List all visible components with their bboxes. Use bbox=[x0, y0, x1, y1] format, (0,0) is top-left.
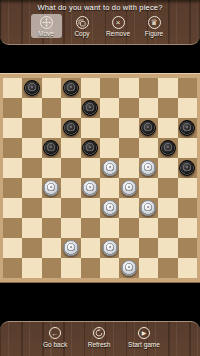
square-r5c0[interactable] bbox=[3, 178, 22, 198]
action-label: Copy bbox=[74, 30, 89, 37]
square-r4c6[interactable] bbox=[119, 158, 138, 178]
action-label: Remove bbox=[106, 30, 130, 37]
square-r0c6[interactable] bbox=[119, 78, 138, 98]
square-r9c4[interactable] bbox=[81, 258, 100, 278]
square-r4c4[interactable] bbox=[81, 158, 100, 178]
square-r2c7[interactable] bbox=[139, 118, 158, 138]
square-r1c4[interactable] bbox=[81, 98, 100, 118]
square-r8c9[interactable] bbox=[178, 238, 197, 258]
black-piece[interactable] bbox=[82, 100, 98, 116]
square-r2c6[interactable] bbox=[119, 118, 138, 138]
square-r9c6[interactable] bbox=[119, 258, 138, 278]
square-r7c9[interactable] bbox=[178, 218, 197, 238]
square-r6c7[interactable] bbox=[139, 198, 158, 218]
button-label: Go back bbox=[43, 341, 67, 348]
square-r8c7[interactable] bbox=[139, 238, 158, 258]
back-icon: ← bbox=[49, 327, 61, 339]
square-r2c4[interactable] bbox=[81, 118, 100, 138]
square-r7c6[interactable] bbox=[119, 218, 138, 238]
square-r1c6[interactable] bbox=[119, 98, 138, 118]
action-label: Figure bbox=[145, 30, 163, 37]
start-game-button[interactable]: ▶ Start game bbox=[128, 327, 160, 356]
app-screen: What do you want to do with piece? Move bbox=[0, 0, 200, 356]
square-r2c5[interactable] bbox=[100, 118, 119, 138]
black-piece[interactable] bbox=[160, 140, 176, 156]
square-r6c3[interactable] bbox=[61, 198, 80, 218]
square-r3c6[interactable] bbox=[119, 138, 138, 158]
square-r8c6[interactable] bbox=[119, 238, 138, 258]
square-r1c8[interactable] bbox=[158, 98, 177, 118]
square-r4c5[interactable] bbox=[100, 158, 119, 178]
square-r8c0[interactable] bbox=[3, 238, 22, 258]
square-r1c7[interactable] bbox=[139, 98, 158, 118]
square-r0c9[interactable] bbox=[178, 78, 197, 98]
square-r3c4[interactable] bbox=[81, 138, 100, 158]
black-piece[interactable] bbox=[82, 140, 98, 156]
square-r7c8[interactable] bbox=[158, 218, 177, 238]
square-r9c9[interactable] bbox=[178, 258, 197, 278]
copy-button[interactable]: Copy bbox=[67, 14, 98, 38]
square-r4c2[interactable] bbox=[42, 158, 61, 178]
figure-icon: ♛ bbox=[148, 16, 161, 29]
remove-icon: × bbox=[112, 16, 125, 29]
white-piece[interactable] bbox=[102, 160, 118, 176]
square-r7c1[interactable] bbox=[22, 218, 41, 238]
square-r5c3[interactable] bbox=[61, 178, 80, 198]
square-r3c8[interactable] bbox=[158, 138, 177, 158]
square-r2c8[interactable] bbox=[158, 118, 177, 138]
square-r0c8[interactable] bbox=[158, 78, 177, 98]
square-r9c8[interactable] bbox=[158, 258, 177, 278]
square-r3c9[interactable] bbox=[178, 138, 197, 158]
square-r8c4[interactable] bbox=[81, 238, 100, 258]
square-r0c7[interactable] bbox=[139, 78, 158, 98]
square-r8c1[interactable] bbox=[22, 238, 41, 258]
square-r2c3[interactable] bbox=[61, 118, 80, 138]
square-r4c9[interactable] bbox=[178, 158, 197, 178]
checkers-board bbox=[0, 73, 200, 283]
square-r5c4[interactable] bbox=[81, 178, 100, 198]
white-piece[interactable] bbox=[63, 240, 79, 256]
square-r4c3[interactable] bbox=[61, 158, 80, 178]
square-r7c4[interactable] bbox=[81, 218, 100, 238]
white-piece[interactable] bbox=[43, 180, 59, 196]
square-r4c8[interactable] bbox=[158, 158, 177, 178]
move-button[interactable]: Move bbox=[31, 14, 62, 38]
square-r4c7[interactable] bbox=[139, 158, 158, 178]
black-piece[interactable] bbox=[140, 120, 156, 136]
square-r4c0[interactable] bbox=[3, 158, 22, 178]
game-controls: ← Go back Refresh ▶ Start game bbox=[0, 321, 200, 356]
refresh-button[interactable]: Refresh bbox=[84, 327, 114, 356]
square-r6c0[interactable] bbox=[3, 198, 22, 218]
square-r1c2[interactable] bbox=[42, 98, 61, 118]
square-r1c9[interactable] bbox=[178, 98, 197, 118]
square-r5c7[interactable] bbox=[139, 178, 158, 198]
square-r8c8[interactable] bbox=[158, 238, 177, 258]
square-r5c9[interactable] bbox=[178, 178, 197, 198]
square-r3c1[interactable] bbox=[22, 138, 41, 158]
square-r9c7[interactable] bbox=[139, 258, 158, 278]
go-back-button[interactable]: ← Go back bbox=[40, 327, 70, 356]
square-r9c3[interactable] bbox=[61, 258, 80, 278]
square-r7c2[interactable] bbox=[42, 218, 61, 238]
square-r2c9[interactable] bbox=[178, 118, 197, 138]
action-label: Move bbox=[38, 30, 54, 37]
square-r5c1[interactable] bbox=[22, 178, 41, 198]
square-r6c1[interactable] bbox=[22, 198, 41, 218]
square-r0c0[interactable] bbox=[3, 78, 22, 98]
square-r8c3[interactable] bbox=[61, 238, 80, 258]
square-r7c5[interactable] bbox=[100, 218, 119, 238]
white-piece[interactable] bbox=[102, 240, 118, 256]
square-r3c5[interactable] bbox=[100, 138, 119, 158]
remove-button[interactable]: × Remove bbox=[103, 14, 134, 38]
square-r5c6[interactable] bbox=[119, 178, 138, 198]
square-r2c1[interactable] bbox=[22, 118, 41, 138]
square-r2c2[interactable] bbox=[42, 118, 61, 138]
move-icon bbox=[40, 16, 53, 29]
play-icon: ▶ bbox=[138, 327, 150, 339]
figure-button[interactable]: ♛ Figure bbox=[139, 14, 170, 38]
square-r6c6[interactable] bbox=[119, 198, 138, 218]
square-r6c8[interactable] bbox=[158, 198, 177, 218]
square-r1c3[interactable] bbox=[61, 98, 80, 118]
white-piece[interactable] bbox=[102, 200, 118, 216]
white-piece[interactable] bbox=[140, 200, 156, 216]
dialog-question: What do you want to do with piece? bbox=[0, 0, 200, 12]
square-r1c1[interactable] bbox=[22, 98, 41, 118]
square-r9c1[interactable] bbox=[22, 258, 41, 278]
refresh-icon bbox=[93, 327, 105, 339]
black-piece[interactable] bbox=[179, 120, 195, 136]
square-r6c2[interactable] bbox=[42, 198, 61, 218]
square-r5c5[interactable] bbox=[100, 178, 119, 198]
square-r6c5[interactable] bbox=[100, 198, 119, 218]
square-r3c3[interactable] bbox=[61, 138, 80, 158]
black-piece[interactable] bbox=[63, 80, 79, 96]
black-piece[interactable] bbox=[43, 140, 59, 156]
button-label: Refresh bbox=[88, 341, 111, 348]
white-piece[interactable] bbox=[121, 180, 137, 196]
square-r1c5[interactable] bbox=[100, 98, 119, 118]
square-r9c5[interactable] bbox=[100, 258, 119, 278]
square-r5c8[interactable] bbox=[158, 178, 177, 198]
action-bar: Move Copy × Remove ♛ Figure bbox=[0, 14, 200, 38]
square-r3c2[interactable] bbox=[42, 138, 61, 158]
button-label: Start game bbox=[128, 341, 160, 348]
board-grid bbox=[3, 78, 197, 278]
square-r9c2[interactable] bbox=[42, 258, 61, 278]
square-r7c7[interactable] bbox=[139, 218, 158, 238]
square-r0c5[interactable] bbox=[100, 78, 119, 98]
piece-action-dialog: What do you want to do with piece? Move bbox=[0, 0, 200, 45]
square-r6c9[interactable] bbox=[178, 198, 197, 218]
square-r1c0[interactable] bbox=[3, 98, 22, 118]
black-piece[interactable] bbox=[24, 80, 40, 96]
square-r0c2[interactable] bbox=[42, 78, 61, 98]
square-r0c1[interactable] bbox=[22, 78, 41, 98]
square-r3c7[interactable] bbox=[139, 138, 158, 158]
copy-icon bbox=[76, 16, 89, 29]
square-r7c3[interactable] bbox=[61, 218, 80, 238]
square-r2c0[interactable] bbox=[3, 118, 22, 138]
white-piece[interactable] bbox=[82, 180, 98, 196]
square-r0c4[interactable] bbox=[81, 78, 100, 98]
square-r0c3[interactable] bbox=[61, 78, 80, 98]
square-r9c0[interactable] bbox=[3, 258, 22, 278]
square-r3c0[interactable] bbox=[3, 138, 22, 158]
square-r5c2[interactable] bbox=[42, 178, 61, 198]
square-r8c2[interactable] bbox=[42, 238, 61, 258]
black-piece[interactable] bbox=[63, 120, 79, 136]
square-r7c0[interactable] bbox=[3, 218, 22, 238]
white-piece[interactable] bbox=[121, 260, 137, 276]
black-piece[interactable] bbox=[179, 160, 195, 176]
white-piece[interactable] bbox=[140, 160, 156, 176]
square-r6c4[interactable] bbox=[81, 198, 100, 218]
square-r4c1[interactable] bbox=[22, 158, 41, 178]
square-r8c5[interactable] bbox=[100, 238, 119, 258]
